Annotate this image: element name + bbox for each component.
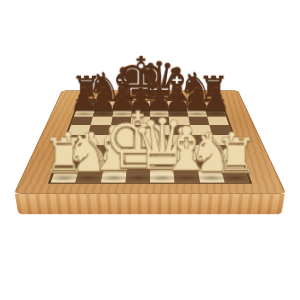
square-a6 bbox=[71, 117, 93, 126]
square-h3 bbox=[214, 145, 239, 156]
square-g3 bbox=[193, 145, 217, 156]
board-grid: ♜♞♝♚♛♝♞♜♟♟♟♟♟♟♟♟♟♟♟♟♟♟♟♟♜♞♝♚♛♝♞♜ bbox=[48, 100, 252, 184]
square-h2: ♟ bbox=[217, 156, 244, 168]
square-c4 bbox=[107, 135, 129, 145]
square-h5 bbox=[209, 125, 232, 134]
square-d2: ♟ bbox=[126, 156, 150, 168]
square-h1: ♜ bbox=[221, 169, 249, 183]
square-b6 bbox=[91, 117, 112, 126]
square-c3 bbox=[105, 145, 128, 156]
dark-queen-piece: ♛ bbox=[130, 55, 187, 107]
dark-king-piece: ♚ bbox=[112, 50, 169, 107]
light-rook-piece: ♜ bbox=[197, 131, 275, 180]
square-c5 bbox=[109, 125, 130, 134]
square-a4 bbox=[64, 135, 88, 145]
square-h4 bbox=[212, 135, 236, 145]
square-b3 bbox=[83, 145, 107, 156]
piece-shadow bbox=[216, 162, 248, 168]
piece-shadow bbox=[203, 112, 228, 116]
piece-shadow bbox=[219, 175, 252, 182]
chess-set-photo: ♜♞♝♚♛♝♞♜♟♟♟♟♟♟♟♟♟♟♟♟♟♟♟♟♜♞♝♚♛♝♞♜ bbox=[0, 0, 300, 300]
square-e4 bbox=[150, 135, 171, 145]
square-f5 bbox=[170, 125, 191, 134]
square-e5 bbox=[150, 125, 171, 134]
square-g4 bbox=[191, 135, 214, 145]
square-h6 bbox=[207, 117, 229, 126]
square-c6 bbox=[111, 117, 132, 126]
square-d1: ♚ bbox=[125, 169, 150, 183]
square-g6 bbox=[188, 117, 209, 126]
light-rook-piece: ♜ bbox=[25, 131, 103, 180]
square-e1: ♛ bbox=[150, 169, 175, 183]
square-b4 bbox=[86, 135, 109, 145]
square-f6 bbox=[169, 117, 190, 126]
square-b5 bbox=[88, 125, 110, 134]
square-c1: ♝ bbox=[100, 169, 126, 183]
square-g5 bbox=[189, 125, 211, 134]
square-h7: ♟ bbox=[205, 108, 226, 116]
chess-board: ♜♞♝♚♛♝♞♜♟♟♟♟♟♟♟♟♟♟♟♟♟♟♟♟♜♞♝♚♛♝♞♜ bbox=[14, 90, 287, 194]
square-a5 bbox=[68, 125, 91, 134]
square-d5 bbox=[129, 125, 150, 134]
piece-shadow bbox=[201, 104, 225, 108]
square-f4 bbox=[171, 135, 193, 145]
square-h8: ♜ bbox=[203, 101, 223, 109]
square-e6 bbox=[150, 117, 170, 126]
square-d6 bbox=[130, 117, 150, 126]
square-d3 bbox=[128, 145, 150, 156]
square-e3 bbox=[150, 145, 172, 156]
square-d4 bbox=[129, 135, 150, 145]
square-a3 bbox=[60, 145, 85, 156]
board-front-edge bbox=[15, 194, 285, 214]
square-f3 bbox=[171, 145, 194, 156]
